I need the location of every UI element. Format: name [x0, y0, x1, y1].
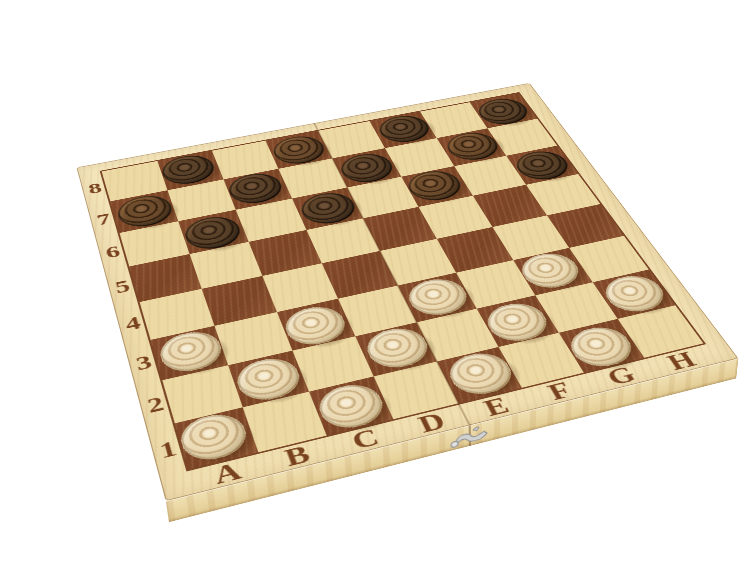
- piece-side: [313, 380, 389, 434]
- piece-side: [442, 348, 519, 399]
- square-b3[interactable]: [214, 312, 292, 365]
- piece-side: [597, 272, 672, 317]
- piece-top: [480, 299, 555, 346]
- square-h1[interactable]: [618, 305, 704, 358]
- light-piece-a1[interactable]: [176, 409, 252, 465]
- square-d1[interactable]: [374, 362, 459, 420]
- square-e2[interactable]: [417, 309, 499, 362]
- rank-label-5: 5: [107, 277, 132, 298]
- piece-side: [597, 272, 672, 317]
- piece-top: [597, 272, 672, 317]
- square-h2[interactable]: [593, 270, 676, 319]
- piece-shadow: [489, 302, 564, 349]
- square-c3[interactable]: [277, 299, 355, 351]
- piece-top: [402, 275, 474, 320]
- piece-side: [361, 324, 435, 373]
- piece-shadow: [452, 352, 529, 403]
- square-d2[interactable]: [355, 322, 437, 376]
- piece-top: [442, 348, 519, 399]
- piece-side: [402, 275, 474, 320]
- rank-label-1: 1: [150, 437, 179, 464]
- light-piece-e1[interactable]: [442, 348, 519, 399]
- piece-shadow: [289, 305, 360, 352]
- rank-label-2: 2: [138, 393, 166, 418]
- light-piece-d2[interactable]: [361, 324, 435, 373]
- square-b2[interactable]: [228, 351, 309, 408]
- piece-shadow: [370, 327, 444, 376]
- piece-shadow: [165, 331, 236, 380]
- piece-top: [313, 380, 389, 434]
- piece-side: [156, 327, 226, 376]
- checkers-board-3d: ABCDEFGH87654321: [77, 83, 739, 501]
- piece-side: [402, 275, 474, 320]
- piece-side: [176, 409, 252, 465]
- square-c4[interactable]: [262, 263, 338, 312]
- light-piece-g3[interactable]: [514, 249, 586, 292]
- piece-side: [280, 302, 351, 349]
- piece-side: [232, 354, 305, 405]
- piece-side: [402, 275, 474, 320]
- light-piece-g1[interactable]: [563, 323, 641, 372]
- piece-shadow: [572, 326, 650, 375]
- piece-top: [514, 249, 586, 292]
- light-piece-h2[interactable]: [597, 272, 672, 317]
- piece-side: [280, 302, 351, 349]
- piece-side: [176, 409, 252, 465]
- piece-top: [176, 409, 252, 465]
- piece-shadow: [411, 278, 483, 323]
- square-f1[interactable]: [499, 333, 584, 388]
- piece-side: [156, 327, 226, 376]
- rank-label-3: 3: [127, 351, 154, 375]
- piece-side: [176, 409, 252, 465]
- piece-top: [156, 327, 226, 376]
- light-piece-e3[interactable]: [402, 275, 474, 320]
- square-f3[interactable]: [456, 260, 535, 309]
- piece-top: [280, 302, 351, 349]
- square-a4[interactable]: [140, 289, 215, 340]
- square-d4[interactable]: [322, 251, 398, 299]
- piece-top: [232, 354, 305, 405]
- square-a3[interactable]: [151, 326, 229, 380]
- piece-side: [442, 348, 519, 399]
- piece-side: [480, 299, 555, 346]
- piece-side: [361, 324, 435, 373]
- piece-side: [563, 323, 641, 372]
- piece-side: [597, 272, 672, 317]
- square-e3[interactable]: [398, 273, 477, 323]
- piece-side: [156, 327, 226, 376]
- piece-side: [232, 354, 305, 405]
- piece-shadow: [241, 357, 315, 409]
- light-piece-c3[interactable]: [280, 302, 351, 349]
- piece-shadow: [607, 275, 682, 320]
- board-grid: [100, 92, 707, 471]
- square-c1[interactable]: [309, 376, 393, 435]
- square-b1[interactable]: [243, 392, 327, 453]
- rank-label-6: 6: [98, 243, 122, 263]
- checkers-photo-scene: ABCDEFGH87654321: [0, 0, 750, 561]
- square-a5[interactable]: [129, 254, 201, 302]
- piece-shadow: [185, 413, 261, 470]
- square-f2[interactable]: [477, 295, 559, 347]
- piece-side: [402, 275, 474, 320]
- light-piece-f2[interactable]: [480, 299, 555, 346]
- square-a1[interactable]: [175, 407, 259, 469]
- square-d3[interactable]: [338, 286, 417, 337]
- piece-side: [480, 299, 555, 346]
- square-b4[interactable]: [202, 276, 277, 326]
- piece-side: [313, 380, 389, 434]
- square-c2[interactable]: [292, 336, 373, 391]
- rank-label-7: 7: [89, 210, 112, 229]
- rank-label-8: 8: [81, 180, 104, 198]
- square-g1[interactable]: [559, 319, 645, 373]
- piece-side: [156, 327, 226, 376]
- piece-side: [232, 354, 305, 405]
- light-piece-b2[interactable]: [232, 354, 305, 405]
- piece-side: [313, 380, 389, 434]
- piece-side: [280, 302, 351, 349]
- piece-side: [442, 348, 519, 399]
- piece-top: [563, 323, 641, 372]
- square-g2[interactable]: [535, 282, 617, 332]
- light-piece-a3[interactable]: [156, 327, 226, 376]
- square-e1[interactable]: [437, 347, 522, 403]
- piece-side: [442, 348, 519, 399]
- board-top-face: ABCDEFGH87654321: [77, 83, 739, 501]
- piece-side: [313, 380, 389, 434]
- light-piece-c1[interactable]: [313, 380, 389, 434]
- board-perspective-wrapper: ABCDEFGH87654321: [23, 15, 728, 542]
- piece-shadow: [323, 383, 400, 437]
- piece-side: [480, 299, 555, 346]
- piece-side: [563, 323, 641, 372]
- piece-side: [563, 323, 641, 372]
- piece-side: [280, 302, 351, 349]
- piece-side: [176, 409, 252, 465]
- piece-side: [480, 299, 555, 346]
- piece-side: [361, 324, 435, 373]
- piece-side: [563, 323, 641, 372]
- piece-side: [361, 324, 435, 373]
- piece-side: [597, 272, 672, 317]
- rank-label-4: 4: [117, 313, 143, 335]
- piece-top: [361, 324, 435, 373]
- square-a2[interactable]: [162, 365, 242, 423]
- piece-side: [232, 354, 305, 405]
